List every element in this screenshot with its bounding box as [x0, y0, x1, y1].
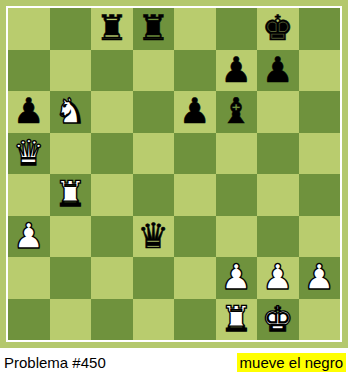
white-rook[interactable]: ♜ [221, 299, 252, 341]
square-e6[interactable]: ♟ [174, 91, 216, 133]
square-f1[interactable]: ♜ [216, 299, 258, 341]
square-g3[interactable] [257, 216, 299, 258]
square-b4[interactable]: ♜ [50, 174, 92, 216]
square-a2[interactable] [8, 257, 50, 299]
square-h7[interactable] [299, 50, 341, 92]
square-d5[interactable] [133, 133, 175, 175]
square-a7[interactable] [8, 50, 50, 92]
square-a5[interactable]: ♛ [8, 133, 50, 175]
white-knight[interactable]: ♞ [55, 91, 86, 133]
square-d7[interactable] [133, 50, 175, 92]
square-c3[interactable] [91, 216, 133, 258]
square-h3[interactable] [299, 216, 341, 258]
square-f6[interactable]: ♝ [216, 91, 258, 133]
black-bishop[interactable]: ♝ [221, 91, 252, 133]
black-pawn[interactable]: ♟ [179, 91, 210, 133]
white-pawn[interactable]: ♟ [13, 216, 44, 258]
square-d1[interactable] [133, 299, 175, 341]
square-e7[interactable] [174, 50, 216, 92]
square-g6[interactable] [257, 91, 299, 133]
black-rook[interactable]: ♜ [138, 8, 169, 50]
black-rook[interactable]: ♜ [96, 8, 127, 50]
turn-indicator: mueve el negro [237, 353, 346, 372]
problem-label: Problema #450 [3, 354, 106, 371]
square-h5[interactable] [299, 133, 341, 175]
square-c6[interactable] [91, 91, 133, 133]
black-pawn[interactable]: ♟ [221, 50, 252, 92]
square-e3[interactable] [174, 216, 216, 258]
black-pawn[interactable]: ♟ [13, 91, 44, 133]
square-g8[interactable]: ♚ [257, 8, 299, 50]
square-f3[interactable] [216, 216, 258, 258]
square-d8[interactable]: ♜ [133, 8, 175, 50]
square-b7[interactable] [50, 50, 92, 92]
square-e1[interactable] [174, 299, 216, 341]
square-b8[interactable] [50, 8, 92, 50]
white-king[interactable]: ♚ [262, 299, 293, 341]
white-rook[interactable]: ♜ [55, 174, 86, 216]
white-pawn[interactable]: ♟ [304, 257, 335, 299]
square-e2[interactable] [174, 257, 216, 299]
square-h4[interactable] [299, 174, 341, 216]
square-e4[interactable] [174, 174, 216, 216]
white-pawn[interactable]: ♟ [221, 257, 252, 299]
square-a3[interactable]: ♟ [8, 216, 50, 258]
square-b3[interactable] [50, 216, 92, 258]
square-g7[interactable]: ♟ [257, 50, 299, 92]
square-d3[interactable]: ♛ [133, 216, 175, 258]
square-c4[interactable] [91, 174, 133, 216]
square-g2[interactable]: ♟ [257, 257, 299, 299]
square-d4[interactable] [133, 174, 175, 216]
square-e8[interactable] [174, 8, 216, 50]
square-g5[interactable] [257, 133, 299, 175]
square-f7[interactable]: ♟ [216, 50, 258, 92]
square-a4[interactable] [8, 174, 50, 216]
square-b2[interactable] [50, 257, 92, 299]
square-c7[interactable] [91, 50, 133, 92]
square-h8[interactable] [299, 8, 341, 50]
square-h1[interactable] [299, 299, 341, 341]
white-queen[interactable]: ♛ [13, 133, 44, 175]
black-king[interactable]: ♚ [262, 8, 293, 50]
black-queen[interactable]: ♛ [138, 216, 169, 258]
square-b1[interactable] [50, 299, 92, 341]
square-h2[interactable]: ♟ [299, 257, 341, 299]
white-pawn[interactable]: ♟ [262, 257, 293, 299]
square-g4[interactable] [257, 174, 299, 216]
square-a8[interactable] [8, 8, 50, 50]
square-c2[interactable] [91, 257, 133, 299]
square-b6[interactable]: ♞ [50, 91, 92, 133]
square-f2[interactable]: ♟ [216, 257, 258, 299]
square-c1[interactable] [91, 299, 133, 341]
black-pawn[interactable]: ♟ [262, 50, 293, 92]
chess-problem-page: ♜♜♚♟♟♟♞♟♝♛♜♟♛♟♟♟♜♚ Problema #450 mueve e… [0, 0, 348, 377]
square-b5[interactable] [50, 133, 92, 175]
board-frame: ♜♜♚♟♟♟♞♟♝♛♜♟♛♟♟♟♜♚ [6, 6, 342, 342]
square-f4[interactable] [216, 174, 258, 216]
square-a1[interactable] [8, 299, 50, 341]
square-f5[interactable] [216, 133, 258, 175]
square-d2[interactable] [133, 257, 175, 299]
caption-bar: Problema #450 mueve el negro [0, 348, 348, 377]
square-f8[interactable] [216, 8, 258, 50]
square-c8[interactable]: ♜ [91, 8, 133, 50]
square-a6[interactable]: ♟ [8, 91, 50, 133]
chess-board: ♜♜♚♟♟♟♞♟♝♛♜♟♛♟♟♟♜♚ [0, 0, 348, 348]
square-c5[interactable] [91, 133, 133, 175]
square-h6[interactable] [299, 91, 341, 133]
square-g1[interactable]: ♚ [257, 299, 299, 341]
board-grid: ♜♜♚♟♟♟♞♟♝♛♜♟♛♟♟♟♜♚ [8, 8, 340, 340]
square-d6[interactable] [133, 91, 175, 133]
square-e5[interactable] [174, 133, 216, 175]
